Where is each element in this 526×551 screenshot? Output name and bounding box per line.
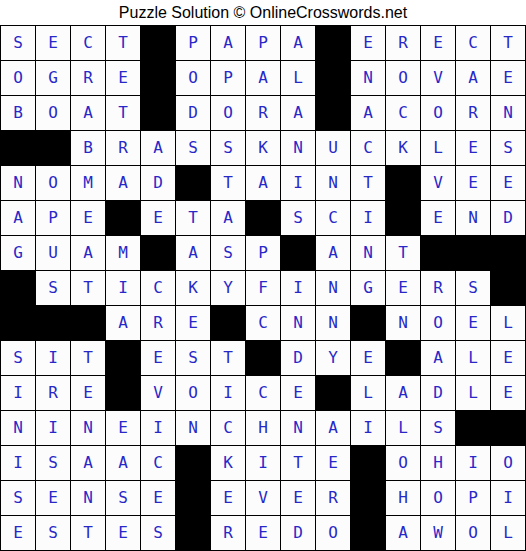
letter-cell: E [106,516,140,550]
letter-cell: N [281,411,315,445]
letter-cell: T [71,341,105,375]
letter-cell: T [281,446,315,480]
letter-cell: O [456,516,490,550]
letter-cell: A [281,26,315,60]
letter-cell: D [176,96,210,130]
block-cell [316,26,350,60]
letter-cell: H [246,411,280,445]
letter-cell: N [351,61,385,95]
letter-cell: R [316,481,350,515]
letter-cell: L [491,306,525,340]
letter-cell: N [316,166,350,200]
letter-cell: W [421,516,455,550]
letter-cell: C [141,446,175,480]
letter-cell: O [211,96,245,130]
letter-cell: T [211,166,245,200]
letter-cell: R [421,271,455,305]
letter-cell: F [246,271,280,305]
letter-cell: T [71,271,105,305]
letter-cell: A [71,96,105,130]
letter-cell: A [106,166,140,200]
letter-cell: H [386,481,420,515]
letter-cell: L [456,376,490,410]
letter-cell: C [316,201,350,235]
letter-cell: N [71,481,105,515]
block-cell [1,131,35,165]
block-cell [351,306,385,340]
letter-cell: C [246,376,280,410]
letter-cell: O [421,96,455,130]
letter-cell: P [456,481,490,515]
block-cell [176,481,210,515]
block-cell [176,166,210,200]
letter-cell: T [176,201,210,235]
block-cell [71,306,105,340]
letter-cell: N [1,166,35,200]
letter-cell: A [71,446,105,480]
letter-cell: E [456,306,490,340]
letter-cell: A [281,96,315,130]
letter-cell: L [456,341,490,375]
letter-cell: R [141,306,175,340]
letter-cell: E [106,61,140,95]
letter-cell: U [36,236,70,270]
letter-cell: N [1,411,35,445]
letter-cell: N [71,411,105,445]
letter-cell: E [36,26,70,60]
letter-cell: P [211,61,245,95]
letter-cell: G [351,271,385,305]
letter-cell: E [421,201,455,235]
letter-cell: A [141,131,175,165]
letter-cell: A [386,516,420,550]
letter-cell: D [281,516,315,550]
letter-cell: K [176,271,210,305]
crossword-grid: SECTPAPAERECTOGREOPALNOVAEBOATDORAACORNB… [0,25,526,551]
letter-cell: E [491,376,525,410]
letter-cell: K [246,131,280,165]
letter-cell: O [421,481,455,515]
block-cell [316,376,350,410]
letter-cell: L [351,376,385,410]
block-cell [141,26,175,60]
letter-cell: I [281,271,315,305]
letter-cell: N [176,411,210,445]
letter-cell: A [386,376,420,410]
letter-cell: S [36,446,70,480]
letter-cell: E [316,446,350,480]
letter-cell: S [141,516,175,550]
letter-cell: T [491,26,525,60]
letter-cell: S [36,516,70,550]
letter-cell: Y [211,271,245,305]
letter-cell: P [176,26,210,60]
letter-cell: A [316,411,350,445]
letter-cell: R [211,516,245,550]
letter-cell: A [351,96,385,130]
letter-cell: S [106,481,140,515]
puzzle-solution-page: Puzzle Solution © OnlineCrosswords.net S… [0,0,526,551]
letter-cell: I [141,411,175,445]
block-cell [176,446,210,480]
letter-cell: I [351,411,385,445]
letter-cell: A [1,201,35,235]
letter-cell: V [246,481,280,515]
letter-cell: N [491,96,525,130]
letter-cell: A [176,236,210,270]
letter-cell: E [141,341,175,375]
block-cell [491,411,525,445]
letter-cell: A [211,201,245,235]
block-cell [36,131,70,165]
block-cell [456,236,490,270]
letter-cell: T [351,166,385,200]
letter-cell: V [421,61,455,95]
block-cell [386,341,420,375]
letter-cell: B [1,96,35,130]
letter-cell: L [386,411,420,445]
block-cell [456,411,490,445]
block-cell [491,236,525,270]
block-cell [351,446,385,480]
letter-cell: G [36,61,70,95]
letter-cell: E [351,341,385,375]
block-cell [351,516,385,550]
letter-cell: E [491,341,525,375]
letter-cell: E [456,131,490,165]
letter-cell: E [211,481,245,515]
letter-cell: D [281,341,315,375]
letter-cell: I [491,481,525,515]
letter-cell: E [386,271,420,305]
letter-cell: S [211,131,245,165]
letter-cell: O [36,96,70,130]
block-cell [281,236,315,270]
letter-cell: E [351,26,385,60]
letter-cell: N [316,271,350,305]
letter-cell: O [176,61,210,95]
letter-cell: Y [316,341,350,375]
letter-cell: I [1,376,35,410]
letter-cell: S [176,131,210,165]
letter-cell: S [456,271,490,305]
letter-cell: O [421,306,455,340]
letter-cell: N [281,131,315,165]
letter-cell: E [141,481,175,515]
letter-cell: C [246,306,280,340]
block-cell [386,201,420,235]
letter-cell: R [71,61,105,95]
letter-cell: E [176,306,210,340]
letter-cell: C [71,26,105,60]
letter-cell: I [36,411,70,445]
letter-cell: A [456,61,490,95]
letter-cell: E [141,201,175,235]
letter-cell: O [316,516,350,550]
letter-cell: C [211,411,245,445]
letter-cell: A [106,446,140,480]
letter-cell: N [386,306,420,340]
block-cell [106,376,140,410]
letter-cell: E [491,166,525,200]
letter-cell: K [211,446,245,480]
letter-cell: I [36,341,70,375]
letter-cell: A [246,61,280,95]
letter-cell: R [456,96,490,130]
letter-cell: O [386,61,420,95]
letter-cell: G [1,236,35,270]
letter-cell: C [456,26,490,60]
block-cell [106,201,140,235]
letter-cell: P [246,236,280,270]
letter-cell: V [421,166,455,200]
letter-cell: S [36,271,70,305]
letter-cell: T [106,26,140,60]
block-cell [491,271,525,305]
block-cell [211,306,245,340]
letter-cell: T [106,96,140,130]
letter-cell: I [246,446,280,480]
letter-cell: E [246,516,280,550]
letter-cell: E [1,516,35,550]
letter-cell: P [246,26,280,60]
letter-cell: A [246,166,280,200]
letter-cell: S [1,341,35,375]
block-cell [176,516,210,550]
letter-cell: E [36,481,70,515]
block-cell [141,61,175,95]
letter-cell: A [106,306,140,340]
letter-cell: A [421,341,455,375]
letter-cell: O [491,446,525,480]
letter-cell: I [456,446,490,480]
block-cell [386,166,420,200]
letter-cell: D [491,201,525,235]
letter-cell: C [141,271,175,305]
letter-cell: K [386,131,420,165]
letter-cell: D [141,166,175,200]
letter-cell: T [211,341,245,375]
block-cell [316,96,350,130]
letter-cell: S [1,481,35,515]
letter-cell: M [106,236,140,270]
letter-cell: E [456,166,490,200]
letter-cell: I [281,166,315,200]
letter-cell: L [281,61,315,95]
letter-cell: H [421,446,455,480]
letter-cell: S [281,201,315,235]
letter-cell: R [386,26,420,60]
letter-cell: T [386,236,420,270]
letter-cell: T [71,516,105,550]
letter-cell: B [71,131,105,165]
letter-cell: S [421,411,455,445]
letter-cell: S [491,131,525,165]
letter-cell: N [316,306,350,340]
letter-cell: E [71,376,105,410]
letter-cell: R [106,131,140,165]
letter-cell: E [106,411,140,445]
letter-cell: E [281,376,315,410]
letter-cell: S [176,341,210,375]
letter-cell: L [491,516,525,550]
letter-cell: N [281,306,315,340]
block-cell [1,271,35,305]
letter-cell: S [211,236,245,270]
letter-cell: M [71,166,105,200]
block-cell [421,236,455,270]
page-title: Puzzle Solution © OnlineCrosswords.net [0,0,526,25]
letter-cell: E [71,201,105,235]
block-cell [141,96,175,130]
block-cell [1,306,35,340]
letter-cell: I [351,201,385,235]
letter-cell: D [421,376,455,410]
letter-cell: N [456,201,490,235]
letter-cell: N [351,236,385,270]
letter-cell: O [1,61,35,95]
letter-cell: A [316,236,350,270]
letter-cell: O [386,446,420,480]
letter-cell: E [491,61,525,95]
letter-cell: O [176,376,210,410]
letter-cell: P [36,201,70,235]
block-cell [316,61,350,95]
letter-cell: L [421,131,455,165]
letter-cell: O [36,166,70,200]
letter-cell: S [1,26,35,60]
block-cell [36,306,70,340]
letter-cell: A [71,236,105,270]
block-cell [246,341,280,375]
letter-cell: I [106,271,140,305]
block-cell [141,236,175,270]
letter-cell: I [1,446,35,480]
letter-cell: I [211,376,245,410]
letter-cell: R [246,96,280,130]
block-cell [106,341,140,375]
letter-cell: V [141,376,175,410]
letter-cell: R [36,376,70,410]
letter-cell: E [281,481,315,515]
letter-cell: C [386,96,420,130]
letter-cell: E [421,26,455,60]
letter-cell: A [211,26,245,60]
block-cell [246,201,280,235]
block-cell [351,481,385,515]
letter-cell: U [316,131,350,165]
letter-cell: C [351,131,385,165]
